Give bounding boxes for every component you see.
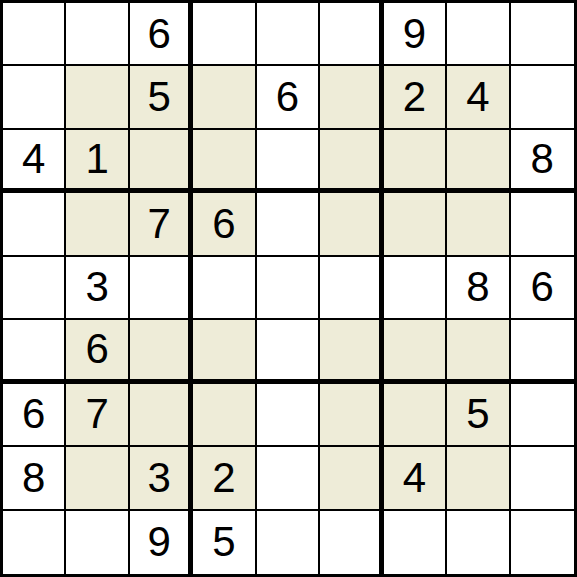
cell-r5c5[interactable] (257, 257, 320, 320)
cell-r1c5[interactable] (257, 3, 320, 66)
cell-r7c2[interactable]: 7 (66, 384, 129, 447)
cell-r2c8[interactable]: 4 (447, 66, 510, 129)
cell-r3c7[interactable] (384, 130, 447, 193)
given-digit: 6 (85, 328, 108, 370)
given-digit: 1 (85, 138, 108, 180)
cell-r8c3[interactable]: 3 (130, 447, 193, 510)
cell-r7c4[interactable] (193, 384, 256, 447)
cell-r6c8[interactable] (447, 320, 510, 383)
cell-r8c5[interactable] (257, 447, 320, 510)
given-digit: 7 (147, 203, 170, 245)
cell-r1c8[interactable] (447, 3, 510, 66)
cell-r8c7[interactable]: 4 (384, 447, 447, 510)
given-digit: 6 (22, 393, 45, 435)
given-digit: 6 (147, 13, 170, 55)
given-digit: 6 (212, 203, 235, 245)
cell-r8c6[interactable] (320, 447, 383, 510)
cell-r5c7[interactable] (384, 257, 447, 320)
cell-r3c8[interactable] (447, 130, 510, 193)
cell-r9c7[interactable] (384, 511, 447, 574)
cell-r9c5[interactable] (257, 511, 320, 574)
cell-r5c2[interactable]: 3 (66, 257, 129, 320)
cell-r2c9[interactable] (511, 66, 574, 129)
cell-r3c6[interactable] (320, 130, 383, 193)
cell-r8c1[interactable]: 8 (3, 447, 66, 510)
given-digit: 2 (403, 76, 426, 118)
cell-r2c7[interactable]: 2 (384, 66, 447, 129)
given-digit: 6 (276, 76, 299, 118)
given-digit: 9 (147, 521, 170, 563)
cell-r1c6[interactable] (320, 3, 383, 66)
cell-r3c3[interactable] (130, 130, 193, 193)
cell-r7c3[interactable] (130, 384, 193, 447)
cell-r4c9[interactable] (511, 193, 574, 256)
cell-r8c9[interactable] (511, 447, 574, 510)
given-digit: 8 (531, 138, 554, 180)
cell-r2c3[interactable]: 5 (130, 66, 193, 129)
given-digit: 6 (531, 266, 554, 308)
given-digit: 5 (466, 393, 489, 435)
cell-r3c9[interactable]: 8 (511, 130, 574, 193)
cell-r8c8[interactable] (447, 447, 510, 510)
given-digit: 5 (147, 76, 170, 118)
cell-r9c9[interactable] (511, 511, 574, 574)
cell-r7c1[interactable]: 6 (3, 384, 66, 447)
cell-r9c4[interactable]: 5 (193, 511, 256, 574)
given-digit: 5 (212, 521, 235, 563)
cell-r6c3[interactable] (130, 320, 193, 383)
cell-r8c2[interactable] (66, 447, 129, 510)
cell-r1c2[interactable] (66, 3, 129, 66)
given-digit: 3 (147, 457, 170, 499)
given-digit: 4 (466, 76, 489, 118)
cell-r6c2[interactable]: 6 (66, 320, 129, 383)
cell-r2c2[interactable] (66, 66, 129, 129)
cell-r1c4[interactable] (193, 3, 256, 66)
cell-r1c3[interactable]: 6 (130, 3, 193, 66)
given-digit: 4 (22, 138, 45, 180)
given-digit: 2 (212, 457, 235, 499)
cell-r1c9[interactable] (511, 3, 574, 66)
cell-r5c1[interactable] (3, 257, 66, 320)
cell-r6c5[interactable] (257, 320, 320, 383)
cell-r8c4[interactable]: 2 (193, 447, 256, 510)
cell-r7c7[interactable] (384, 384, 447, 447)
cell-r4c8[interactable] (447, 193, 510, 256)
cell-r1c1[interactable] (3, 3, 66, 66)
cell-r9c6[interactable] (320, 511, 383, 574)
cell-r4c7[interactable] (384, 193, 447, 256)
cell-r4c6[interactable] (320, 193, 383, 256)
cell-r7c8[interactable]: 5 (447, 384, 510, 447)
cell-r2c6[interactable] (320, 66, 383, 129)
cell-r5c8[interactable]: 8 (447, 257, 510, 320)
cell-r4c2[interactable] (66, 193, 129, 256)
cell-r5c4[interactable] (193, 257, 256, 320)
given-digit: 8 (466, 266, 489, 308)
cell-r2c4[interactable] (193, 66, 256, 129)
cell-r4c5[interactable] (257, 193, 320, 256)
cell-r4c1[interactable] (3, 193, 66, 256)
cell-r7c6[interactable] (320, 384, 383, 447)
cell-r4c3[interactable]: 7 (130, 193, 193, 256)
cell-r9c2[interactable] (66, 511, 129, 574)
cell-r6c9[interactable] (511, 320, 574, 383)
cell-r7c5[interactable] (257, 384, 320, 447)
cell-r7c9[interactable] (511, 384, 574, 447)
cell-r3c5[interactable] (257, 130, 320, 193)
given-digit: 9 (403, 13, 426, 55)
sudoku-board: 695624418763866675832495 (0, 0, 577, 577)
cell-r6c7[interactable] (384, 320, 447, 383)
cell-r5c9[interactable]: 6 (511, 257, 574, 320)
cell-r6c4[interactable] (193, 320, 256, 383)
cell-r9c3[interactable]: 9 (130, 511, 193, 574)
given-digit: 7 (85, 393, 108, 435)
cell-r3c4[interactable] (193, 130, 256, 193)
cell-r9c1[interactable] (3, 511, 66, 574)
cell-r5c6[interactable] (320, 257, 383, 320)
cell-r2c5[interactable]: 6 (257, 66, 320, 129)
cell-r3c2[interactable]: 1 (66, 130, 129, 193)
cell-r3c1[interactable]: 4 (3, 130, 66, 193)
cell-r6c1[interactable] (3, 320, 66, 383)
cell-r6c6[interactable] (320, 320, 383, 383)
cell-r4c4[interactable]: 6 (193, 193, 256, 256)
given-digit: 3 (85, 266, 108, 308)
given-digit: 8 (22, 457, 45, 499)
cell-r1c7[interactable]: 9 (384, 3, 447, 66)
given-digit: 4 (403, 457, 426, 499)
cell-r9c8[interactable] (447, 511, 510, 574)
cell-r2c1[interactable] (3, 66, 66, 129)
cell-r5c3[interactable] (130, 257, 193, 320)
